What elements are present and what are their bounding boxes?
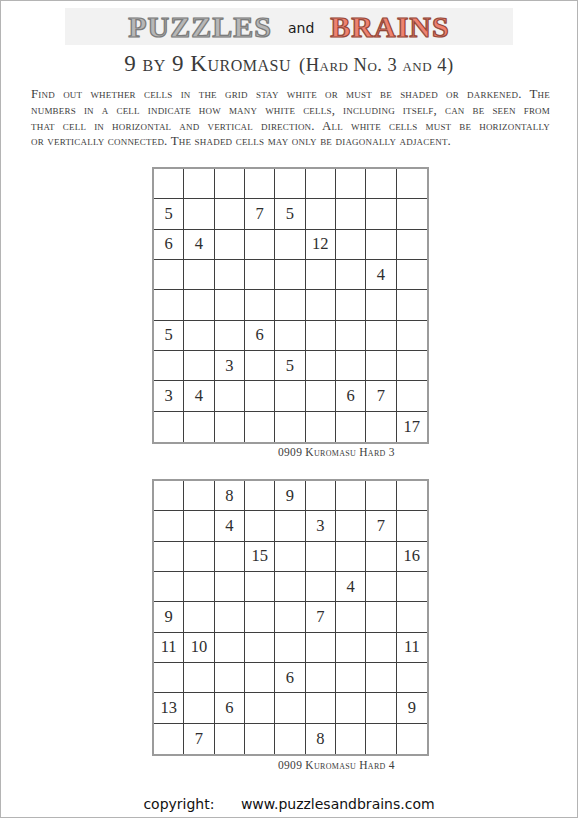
grid-cell-r2c9 xyxy=(397,511,427,541)
grid-cell-r9c7 xyxy=(336,412,366,442)
grid-cell-r3c1: 6 xyxy=(154,230,184,260)
grid-cell-r2c3: 4 xyxy=(215,511,245,541)
grid-cell-r5c5 xyxy=(275,290,305,320)
grid-cell-r5c1: 9 xyxy=(154,602,184,632)
grid-cell-r8c4 xyxy=(245,693,275,723)
grid-cell-r7c1 xyxy=(154,663,184,693)
grid-cell-r6c4: 6 xyxy=(245,321,275,351)
grid-cell-r8c7 xyxy=(336,693,366,723)
grid-cell-r5c2 xyxy=(184,602,214,632)
grid-cell-r6c9 xyxy=(397,321,427,351)
puzzle-caption-hard-4: 0909 Kuromasu Hard 4 xyxy=(278,759,395,771)
logo-bar: PUZZLES and BRAINS xyxy=(65,8,513,45)
grid-cell-r3c7 xyxy=(336,230,366,260)
grid-cell-r4c5 xyxy=(275,572,305,602)
grid-cell-r9c1 xyxy=(154,724,184,754)
grid-cell-r4c3 xyxy=(215,260,245,290)
logo-and-text: and xyxy=(288,17,314,36)
grid-cell-r4c8: 4 xyxy=(366,260,396,290)
grid-cell-r3c2: 4 xyxy=(184,230,214,260)
grid-cell-r1c3: 8 xyxy=(215,481,245,511)
grid-cell-r9c7 xyxy=(336,724,366,754)
grid-cell-r1c2 xyxy=(184,481,214,511)
grid-cell-r7c5: 6 xyxy=(275,663,305,693)
grid-cell-r2c7 xyxy=(336,511,366,541)
grid-cell-r8c5 xyxy=(275,693,305,723)
grid-cell-r3c9: 16 xyxy=(397,542,427,572)
grid-cell-r6c2 xyxy=(184,321,214,351)
grid-cell-r7c2 xyxy=(184,663,214,693)
grid-cell-r1c5: 9 xyxy=(275,481,305,511)
grid-cell-r5c7 xyxy=(336,602,366,632)
grid-cell-r6c3 xyxy=(215,633,245,663)
grid-cell-r9c8 xyxy=(366,412,396,442)
grid-cell-r4c6 xyxy=(306,260,336,290)
grid-cell-r9c3 xyxy=(215,724,245,754)
grid-cell-r3c3 xyxy=(215,542,245,572)
grid-cell-r1c7 xyxy=(336,169,366,199)
grid-cell-r1c6 xyxy=(306,481,336,511)
grid-cell-r3c7 xyxy=(336,542,366,572)
grid-cell-r1c2 xyxy=(184,169,214,199)
grid-cell-r8c8 xyxy=(366,693,396,723)
grid-cell-r7c8 xyxy=(366,351,396,381)
puzzle-sheet: PUZZLES and BRAINS 9 by 9 Kuromasu (Hard… xyxy=(0,0,578,818)
grid-cell-r6c7 xyxy=(336,633,366,663)
grid-cell-r7c9 xyxy=(397,351,427,381)
grid-cell-r9c9: 17 xyxy=(397,412,427,442)
grid-cell-r8c3: 6 xyxy=(215,693,245,723)
grid-cell-r9c4 xyxy=(245,412,275,442)
grid-cell-r5c9 xyxy=(397,290,427,320)
grid-cell-r4c8 xyxy=(366,572,396,602)
grid-cell-r3c4: 15 xyxy=(245,542,275,572)
grid-cell-r2c9 xyxy=(397,199,427,229)
grid-cell-r9c5 xyxy=(275,412,305,442)
grid-cell-r1c4 xyxy=(245,481,275,511)
grid-cell-r4c2 xyxy=(184,572,214,602)
grid-cell-r5c4 xyxy=(245,290,275,320)
grid-cell-r8c2 xyxy=(184,693,214,723)
grid-cell-r5c1 xyxy=(154,290,184,320)
kuromasu-grid-hard-4: 8943715164971110116136978 xyxy=(152,479,429,756)
logo-puzzles-text: PUZZLES xyxy=(128,12,272,42)
grid-cell-r9c3 xyxy=(215,412,245,442)
grid-cell-r7c3: 3 xyxy=(215,351,245,381)
grid-cell-r8c5 xyxy=(275,381,305,411)
instruction-line: that cell in horizontal and vertical dir… xyxy=(31,119,550,135)
grid-cell-r4c1 xyxy=(154,260,184,290)
kuromasu-grid-hard-3: 575641245635346717 xyxy=(152,167,429,444)
grid-cell-r5c5 xyxy=(275,602,305,632)
grid-cell-r1c4 xyxy=(245,169,275,199)
grid-cell-r1c5 xyxy=(275,169,305,199)
grid-cell-r2c2 xyxy=(184,199,214,229)
grid-cell-r9c6 xyxy=(306,412,336,442)
grid-cell-r2c4: 7 xyxy=(245,199,275,229)
instruction-line: Find out whether cells in the grid stay … xyxy=(31,87,550,103)
grid-cell-r5c7 xyxy=(336,290,366,320)
grid-cell-r6c8 xyxy=(366,633,396,663)
grid-cell-r1c8 xyxy=(366,481,396,511)
grid-cell-r6c8 xyxy=(366,321,396,351)
grid-cell-r1c1 xyxy=(154,169,184,199)
grid-cell-r6c3 xyxy=(215,321,245,351)
grid-cell-r8c2: 4 xyxy=(184,381,214,411)
grid-cell-r6c5 xyxy=(275,321,305,351)
grid-cell-r8c6 xyxy=(306,693,336,723)
grid-cell-r6c4 xyxy=(245,633,275,663)
copyright-label: copyright: xyxy=(143,796,214,812)
grid-cell-r4c9 xyxy=(397,260,427,290)
grid-cell-r7c1 xyxy=(154,351,184,381)
grid-cell-r2c6: 3 xyxy=(306,511,336,541)
grid-cell-r1c9 xyxy=(397,169,427,199)
grid-cell-r8c9 xyxy=(397,381,427,411)
grid-cell-r2c4 xyxy=(245,511,275,541)
grid-cell-r5c3 xyxy=(215,290,245,320)
grid-cell-r7c7 xyxy=(336,351,366,381)
grid-cell-r1c8 xyxy=(366,169,396,199)
grid-cell-r6c1: 5 xyxy=(154,321,184,351)
grid-cell-r8c1: 13 xyxy=(154,693,184,723)
grid-cell-r9c8 xyxy=(366,724,396,754)
puzzle-caption-hard-3: 0909 Kuromasu Hard 3 xyxy=(278,446,395,458)
grid-cell-r6c7 xyxy=(336,321,366,351)
grid-cell-r5c6 xyxy=(306,290,336,320)
grid-cell-r2c1 xyxy=(154,511,184,541)
grid-cell-r3c4 xyxy=(245,230,275,260)
grid-cell-r6c1: 11 xyxy=(154,633,184,663)
grid-cell-r7c3 xyxy=(215,663,245,693)
grid-cell-r5c6: 7 xyxy=(306,602,336,632)
website-url: www.puzzlesandbrains.com xyxy=(241,796,435,812)
grid-cell-r3c1 xyxy=(154,542,184,572)
grid-cell-r8c1: 3 xyxy=(154,381,184,411)
grid-cell-r3c2 xyxy=(184,542,214,572)
grid-cell-r2c7 xyxy=(336,199,366,229)
grid-cell-r9c6: 8 xyxy=(306,724,336,754)
grid-cell-r4c4 xyxy=(245,572,275,602)
grid-cell-r9c2: 7 xyxy=(184,724,214,754)
grid-cell-r3c8 xyxy=(366,230,396,260)
grid-cell-r7c6 xyxy=(306,663,336,693)
grid-cell-r5c2 xyxy=(184,290,214,320)
grid-cell-r3c5 xyxy=(275,542,305,572)
footer: copyright: www.puzzlesandbrains.com xyxy=(1,796,577,812)
grid-cell-r5c8 xyxy=(366,602,396,632)
grid-cell-r9c9 xyxy=(397,724,427,754)
grid-cell-r7c6 xyxy=(306,351,336,381)
grid-cell-r2c8 xyxy=(366,199,396,229)
grid-cell-r4c2 xyxy=(184,260,214,290)
grid-cell-r4c9 xyxy=(397,572,427,602)
grid-cell-r8c6 xyxy=(306,381,336,411)
grid-cell-r7c4 xyxy=(245,663,275,693)
logo-brains-text: BRAINS xyxy=(330,12,449,42)
grid-cell-r3c6 xyxy=(306,542,336,572)
grid-cell-r2c6 xyxy=(306,199,336,229)
grid-cell-r7c5: 5 xyxy=(275,351,305,381)
grid-cell-r4c4 xyxy=(245,260,275,290)
grid-cell-r9c2 xyxy=(184,412,214,442)
grid-cell-r7c7 xyxy=(336,663,366,693)
grid-cell-r9c4 xyxy=(245,724,275,754)
grid-cell-r2c1: 5 xyxy=(154,199,184,229)
grid-cell-r2c3 xyxy=(215,199,245,229)
grid-cell-r3c3 xyxy=(215,230,245,260)
grid-cell-r3c5 xyxy=(275,230,305,260)
grid-cell-r2c8: 7 xyxy=(366,511,396,541)
grid-cell-r9c1 xyxy=(154,412,184,442)
grid-cell-r4c7: 4 xyxy=(336,572,366,602)
grid-cell-r2c5: 5 xyxy=(275,199,305,229)
page-title: 9 by 9 Kuromasu (Hard No. 3 and 4) xyxy=(1,51,577,77)
grid-cell-r2c5 xyxy=(275,511,305,541)
grid-cell-r4c7 xyxy=(336,260,366,290)
grid-cell-r4c3 xyxy=(215,572,245,602)
grid-cell-r3c6: 12 xyxy=(306,230,336,260)
grid-cell-r8c7: 6 xyxy=(336,381,366,411)
grid-cell-r4c6 xyxy=(306,572,336,602)
grid-cell-r2c2 xyxy=(184,511,214,541)
grid-cell-r4c5 xyxy=(275,260,305,290)
page-title-sub: (Hard No. 3 and 4) xyxy=(299,55,454,75)
grid-cell-r6c9: 11 xyxy=(397,633,427,663)
grid-cell-r8c4 xyxy=(245,381,275,411)
grid-cell-r7c2 xyxy=(184,351,214,381)
page-title-main: 9 by 9 Kuromasu xyxy=(124,51,291,76)
grid-cell-r1c7 xyxy=(336,481,366,511)
grid-cell-r4c1 xyxy=(154,572,184,602)
grid-cell-r7c8 xyxy=(366,663,396,693)
grid-cell-r6c6 xyxy=(306,633,336,663)
grid-cell-r5c8 xyxy=(366,290,396,320)
puzzle-instructions: Find out whether cells in the grid stay … xyxy=(31,87,550,150)
grid-cell-r8c3 xyxy=(215,381,245,411)
grid-cell-r3c8 xyxy=(366,542,396,572)
grid-cell-r5c4 xyxy=(245,602,275,632)
grid-cell-r6c5 xyxy=(275,633,305,663)
grid-cell-r9c5 xyxy=(275,724,305,754)
instruction-line: numbers in a cell indicate how many whit… xyxy=(31,103,550,119)
grid-cell-r1c1 xyxy=(154,481,184,511)
grid-cell-r3c9 xyxy=(397,230,427,260)
grid-cell-r5c3 xyxy=(215,602,245,632)
grid-cell-r8c8: 7 xyxy=(366,381,396,411)
grid-cell-r7c9 xyxy=(397,663,427,693)
grid-cell-r6c2: 10 xyxy=(184,633,214,663)
grid-cell-r5c9 xyxy=(397,602,427,632)
grid-cell-r8c9: 9 xyxy=(397,693,427,723)
instruction-line: or vertically connected. The shaded cell… xyxy=(31,134,550,150)
grid-cell-r1c3 xyxy=(215,169,245,199)
grid-cell-r7c4 xyxy=(245,351,275,381)
grid-cell-r1c6 xyxy=(306,169,336,199)
grid-cell-r1c9 xyxy=(397,481,427,511)
grid-cell-r6c6 xyxy=(306,321,336,351)
